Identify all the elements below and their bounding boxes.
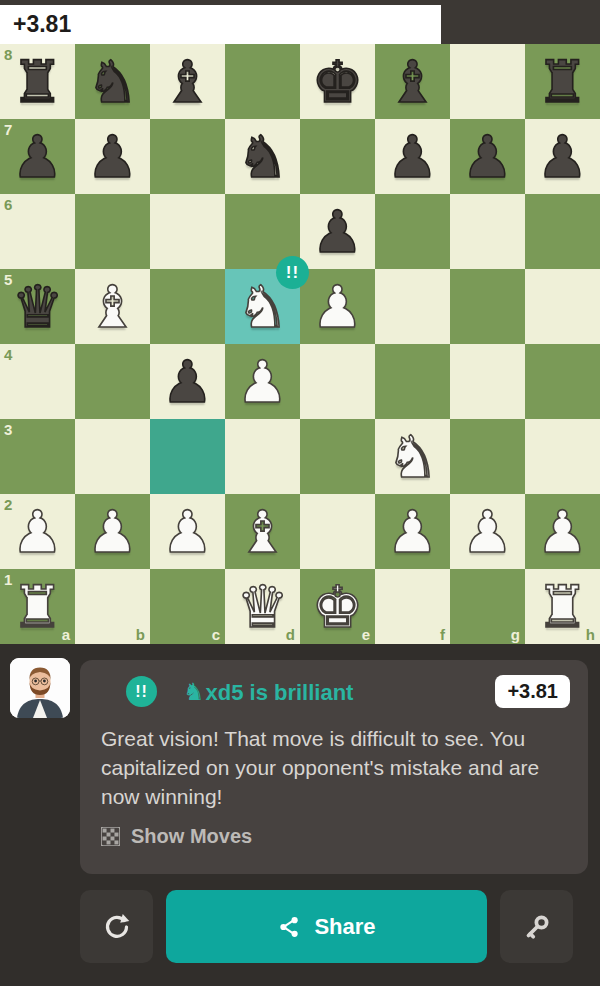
square-a2[interactable]: 2♟ [0,494,75,569]
square-f2[interactable]: ♟ [375,494,450,569]
piece-black-pawn[interactable]: ♟ [375,119,450,194]
avatar[interactable] [10,658,70,718]
key-icon [522,912,552,942]
piece-white-rook[interactable]: ♜ [525,569,600,644]
square-c7[interactable] [150,119,225,194]
coord-file-b: b [136,626,145,643]
chess-board[interactable]: 8♜♞♝♚♝♜7♟♟♞♟♟♟6♟5♛♝♞!!♟4♟♟3♞2♟♟♟♝♟♟♟1a♜b… [0,44,600,644]
square-a7[interactable]: 7♟ [0,119,75,194]
square-e3[interactable] [300,419,375,494]
square-c3[interactable] [150,419,225,494]
square-a3[interactable]: 3 [0,419,75,494]
square-c8[interactable]: ♝ [150,44,225,119]
coord-file-g: g [511,626,520,643]
square-h5[interactable] [525,269,600,344]
refresh-icon [102,912,132,942]
square-g4[interactable] [450,344,525,419]
piece-white-knight[interactable]: ♞ [375,419,450,494]
square-e2[interactable] [300,494,375,569]
square-e8[interactable]: ♚ [300,44,375,119]
square-g7[interactable]: ♟ [450,119,525,194]
square-e5[interactable]: ♟ [300,269,375,344]
eval-score: +3.81 [0,5,441,44]
square-b2[interactable]: ♟ [75,494,150,569]
piece-white-pawn[interactable]: ♟ [0,494,75,569]
square-g5[interactable] [450,269,525,344]
square-f5[interactable] [375,269,450,344]
square-b7[interactable]: ♟ [75,119,150,194]
square-g1[interactable]: g [450,569,525,644]
piece-black-knight[interactable]: ♞ [225,119,300,194]
piece-white-pawn[interactable]: ♟ [375,494,450,569]
square-a1[interactable]: 1a♜ [0,569,75,644]
share-label: Share [314,914,375,940]
square-g6[interactable] [450,194,525,269]
share-icon [277,915,301,939]
piece-black-king[interactable]: ♚ [300,44,375,119]
square-g8[interactable] [450,44,525,119]
square-b3[interactable] [75,419,150,494]
square-d2[interactable]: ♝ [225,494,300,569]
review-comment: Great vision! That move is difficult to … [101,724,575,811]
show-moves-label: Show Moves [131,825,252,848]
piece-white-pawn[interactable]: ♟ [75,494,150,569]
square-c2[interactable]: ♟ [150,494,225,569]
square-g3[interactable] [450,419,525,494]
key-button[interactable] [500,890,573,963]
square-f8[interactable]: ♝ [375,44,450,119]
share-button[interactable]: Share [166,890,487,963]
piece-black-pawn[interactable]: ♟ [0,119,75,194]
square-c5[interactable] [150,269,225,344]
piece-black-pawn[interactable]: ♟ [300,194,375,269]
piece-white-pawn[interactable]: ♟ [525,494,600,569]
square-a4[interactable]: 4 [0,344,75,419]
piece-black-rook[interactable]: ♜ [0,44,75,119]
avatar-illustration [10,658,70,718]
square-b6[interactable] [75,194,150,269]
mini-board-icon [101,827,120,846]
square-d1[interactable]: d♛ [225,569,300,644]
action-buttons: Share [80,890,573,963]
eval-bar: +3.81 [0,0,600,44]
brilliant-icon: !! [126,676,157,707]
piece-black-pawn[interactable]: ♟ [75,119,150,194]
square-f6[interactable] [375,194,450,269]
move-review-card: !! ♞xd5 is brilliant +3.81 Great vision!… [80,660,588,874]
square-h4[interactable] [525,344,600,419]
square-e7[interactable] [300,119,375,194]
move-text: xd5 is brilliant [206,680,354,705]
coord-file-f: f [440,626,445,643]
square-a6[interactable]: 6 [0,194,75,269]
square-h7[interactable]: ♟ [525,119,600,194]
piece-white-queen[interactable]: ♛ [225,569,300,644]
piece-black-bishop[interactable]: ♝ [375,44,450,119]
square-d3[interactable] [225,419,300,494]
square-g2[interactable]: ♟ [450,494,525,569]
square-h8[interactable]: ♜ [525,44,600,119]
square-e6[interactable]: ♟ [300,194,375,269]
piece-black-rook[interactable]: ♜ [525,44,600,119]
piece-white-pawn[interactable]: ♟ [225,344,300,419]
square-b1[interactable]: b [75,569,150,644]
coord-rank-4: 4 [4,346,12,363]
piece-black-pawn[interactable]: ♟ [450,119,525,194]
piece-white-pawn[interactable]: ♟ [450,494,525,569]
square-b5[interactable]: ♝ [75,269,150,344]
square-f7[interactable]: ♟ [375,119,450,194]
piece-black-pawn[interactable]: ♟ [525,119,600,194]
square-a8[interactable]: 8♜ [0,44,75,119]
square-b8[interactable]: ♞ [75,44,150,119]
eval-badge: +3.81 [495,675,570,708]
square-d7[interactable]: ♞ [225,119,300,194]
piece-white-bishop[interactable]: ♝ [75,269,150,344]
piece-white-bishop[interactable]: ♝ [225,494,300,569]
square-d5[interactable]: ♞!! [225,269,300,344]
show-moves-button[interactable]: Show Moves [101,825,570,848]
move-label: ♞xd5 is brilliant [183,678,353,706]
square-f1[interactable]: f [375,569,450,644]
piece-black-queen[interactable]: ♛ [0,269,75,344]
square-d8[interactable] [225,44,300,119]
square-h1[interactable]: h♜ [525,569,600,644]
piece-black-bishop[interactable]: ♝ [150,44,225,119]
square-c1[interactable]: c [150,569,225,644]
square-c6[interactable] [150,194,225,269]
coord-rank-6: 6 [4,196,12,213]
square-c4[interactable]: ♟ [150,344,225,419]
square-d4[interactable]: ♟ [225,344,300,419]
piece-black-knight[interactable]: ♞ [75,44,150,119]
piece-white-pawn[interactable]: ♟ [150,494,225,569]
square-e4[interactable] [300,344,375,419]
square-b4[interactable] [75,344,150,419]
piece-black-pawn[interactable]: ♟ [150,344,225,419]
retry-button[interactable] [80,890,153,963]
square-h2[interactable]: ♟ [525,494,600,569]
square-f4[interactable] [375,344,450,419]
piece-white-king[interactable]: ♚ [300,569,375,644]
square-a5[interactable]: 5♛ [0,269,75,344]
review-panel: !! ♞xd5 is brilliant +3.81 Great vision!… [0,644,600,986]
brilliant-move-badge: !! [276,256,309,289]
coord-rank-3: 3 [4,421,12,438]
square-e1[interactable]: e♚ [300,569,375,644]
piece-white-rook[interactable]: ♜ [0,569,75,644]
square-h3[interactable] [525,419,600,494]
knight-icon: ♞ [183,678,205,706]
square-h6[interactable] [525,194,600,269]
coord-file-c: c [212,626,220,643]
square-f3[interactable]: ♞ [375,419,450,494]
review-header: !! ♞xd5 is brilliant +3.81 [98,675,570,708]
eval-bar-white-portion: +3.81 [0,5,441,44]
piece-white-pawn[interactable]: ♟ [300,269,375,344]
